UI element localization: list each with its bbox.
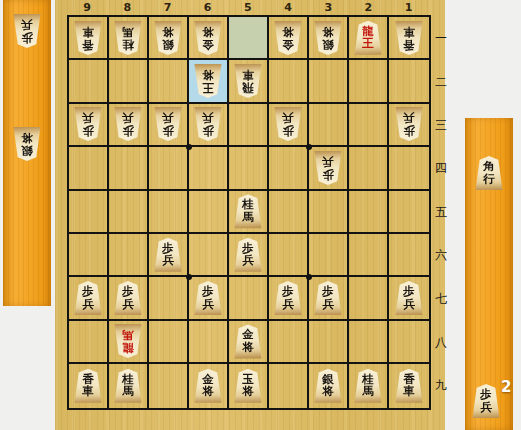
file-label-3: 3	[308, 0, 348, 15]
square-37[interactable]: 歩兵	[309, 277, 349, 320]
file-label-1: 1	[389, 0, 429, 15]
square-76[interactable]: 歩兵	[149, 234, 189, 277]
square-87[interactable]: 歩兵	[109, 277, 149, 320]
rank-label-5: 五	[433, 191, 449, 234]
square-47[interactable]: 歩兵	[269, 277, 309, 320]
square-14[interactable]	[389, 147, 429, 190]
square-69[interactable]: 金将	[189, 364, 229, 407]
shogi-piece: 桂馬	[113, 21, 143, 55]
square-84[interactable]	[109, 147, 149, 190]
square-13[interactable]: 歩兵	[389, 104, 429, 147]
rank-label-9: 九	[433, 364, 449, 407]
shogi-piece: 金将	[233, 324, 263, 358]
square-75[interactable]	[149, 191, 189, 234]
square-68[interactable]	[189, 321, 229, 364]
square-26[interactable]	[349, 234, 389, 277]
square-44[interactable]	[269, 147, 309, 190]
square-51[interactable]	[229, 17, 269, 60]
square-78[interactable]	[149, 321, 189, 364]
square-39[interactable]: 銀将	[309, 364, 349, 407]
square-11[interactable]: 香車	[389, 17, 429, 60]
shogi-piece: 玉将	[233, 369, 263, 403]
rank-label-1: 一	[433, 17, 449, 60]
square-66[interactable]	[189, 234, 229, 277]
square-56[interactable]: 歩兵	[229, 234, 269, 277]
square-83[interactable]: 歩兵	[109, 104, 149, 147]
square-98[interactable]	[69, 321, 109, 364]
shogi-piece: 歩兵	[73, 281, 103, 315]
square-52[interactable]: 飛車	[229, 60, 269, 103]
square-94[interactable]	[69, 147, 109, 190]
square-65[interactable]	[189, 191, 229, 234]
shogi-piece: 金将	[193, 21, 223, 55]
shogi-piece: 歩兵	[153, 107, 183, 141]
square-73[interactable]: 歩兵	[149, 104, 189, 147]
square-33[interactable]	[309, 104, 349, 147]
square-62[interactable]: 王将	[189, 60, 229, 103]
shogi-piece: 香車	[73, 21, 103, 55]
shogi-piece: 銀将	[313, 369, 343, 403]
square-48[interactable]	[269, 321, 309, 364]
square-12[interactable]	[389, 60, 429, 103]
square-82[interactable]	[109, 60, 149, 103]
shogi-piece: 桂馬	[113, 369, 143, 403]
shogi-board: 香車桂馬銀将金将金将銀将龍王香車王将飛車歩兵歩兵歩兵歩兵歩兵歩兵歩兵桂馬歩兵歩兵…	[67, 15, 431, 410]
board-background: 987654321 一二三四五六七八九 香車桂馬銀将金将金将銀将龍王香車王将飛車…	[55, 0, 445, 430]
square-96[interactable]	[69, 234, 109, 277]
sente-hand-bishop[interactable]: 角行	[474, 156, 504, 190]
square-23[interactable]	[349, 104, 389, 147]
square-72[interactable]	[149, 60, 189, 103]
square-79[interactable]	[149, 364, 189, 407]
rank-label-3: 三	[433, 104, 449, 147]
square-89[interactable]: 桂馬	[109, 364, 149, 407]
square-71[interactable]: 銀将	[149, 17, 189, 60]
square-15[interactable]	[389, 191, 429, 234]
square-19[interactable]: 香車	[389, 364, 429, 407]
shogi-piece: 香車	[394, 21, 424, 55]
square-92[interactable]	[69, 60, 109, 103]
sente-hand-pawn-piece: 歩兵	[471, 384, 501, 418]
square-63[interactable]: 歩兵	[189, 104, 229, 147]
shogi-piece: 金将	[193, 369, 223, 403]
square-34[interactable]: 歩兵	[309, 147, 349, 190]
shogi-piece: 歩兵	[273, 107, 303, 141]
shogi-piece: 香車	[73, 369, 103, 403]
square-24[interactable]	[349, 147, 389, 190]
shogi-piece: 飛車	[233, 64, 263, 98]
gote-hand-silver[interactable]: 銀将	[12, 127, 42, 161]
square-29[interactable]: 桂馬	[349, 364, 389, 407]
shogi-app: 歩兵 銀将 987654321 一二三四五六七八九 香車桂馬銀将金将金将銀将龍王…	[0, 0, 521, 430]
square-45[interactable]	[269, 191, 309, 234]
square-27[interactable]	[349, 277, 389, 320]
square-42[interactable]	[269, 60, 309, 103]
file-label-2: 2	[348, 0, 388, 15]
rank-label-7: 七	[433, 277, 449, 320]
file-label-7: 7	[147, 0, 187, 15]
rank-label-4: 四	[433, 147, 449, 190]
rank-label-6: 六	[433, 234, 449, 277]
sente-pawn-count: 2	[501, 378, 511, 396]
shogi-piece: 王将	[193, 64, 223, 98]
shogi-piece: 歩兵	[313, 151, 343, 185]
square-59[interactable]: 玉将	[229, 364, 269, 407]
shogi-piece: 歩兵	[394, 281, 424, 315]
square-81[interactable]: 桂馬	[109, 17, 149, 60]
square-28[interactable]	[349, 321, 389, 364]
shogi-piece: 歩兵	[394, 107, 424, 141]
rank-labels: 一二三四五六七八九	[433, 17, 449, 408]
square-97[interactable]: 歩兵	[69, 277, 109, 320]
file-label-9: 9	[67, 0, 107, 15]
file-label-6: 6	[188, 0, 228, 15]
square-36[interactable]	[309, 234, 349, 277]
square-17[interactable]: 歩兵	[389, 277, 429, 320]
shogi-piece: 歩兵	[313, 281, 343, 315]
rank-label-8: 八	[433, 321, 449, 364]
square-31[interactable]: 銀将	[309, 17, 349, 60]
file-labels: 987654321	[67, 0, 429, 15]
shogi-piece: 桂馬	[233, 194, 263, 228]
gote-hand-pawn[interactable]: 歩兵	[12, 14, 42, 48]
shogi-piece: 歩兵	[193, 107, 223, 141]
shogi-piece: 龍馬	[113, 324, 143, 358]
shogi-piece: 歩兵	[193, 281, 223, 315]
square-57[interactable]	[229, 277, 269, 320]
square-86[interactable]	[109, 234, 149, 277]
square-95[interactable]	[69, 191, 109, 234]
square-58[interactable]: 金将	[229, 321, 269, 364]
square-46[interactable]	[269, 234, 309, 277]
square-54[interactable]	[229, 147, 269, 190]
square-55[interactable]: 桂馬	[229, 191, 269, 234]
square-43[interactable]: 歩兵	[269, 104, 309, 147]
shogi-piece: 銀将	[313, 21, 343, 55]
sente-hand-bishop-piece: 角行	[474, 156, 504, 190]
square-49[interactable]	[269, 364, 309, 407]
square-25[interactable]	[349, 191, 389, 234]
file-label-5: 5	[228, 0, 268, 15]
shogi-piece: 歩兵	[73, 107, 103, 141]
shogi-piece: 香車	[394, 369, 424, 403]
square-41[interactable]: 金将	[269, 17, 309, 60]
square-67[interactable]: 歩兵	[189, 277, 229, 320]
shogi-piece: 桂馬	[353, 369, 383, 403]
square-93[interactable]: 歩兵	[69, 104, 109, 147]
square-38[interactable]	[309, 321, 349, 364]
shogi-piece: 銀将	[153, 21, 183, 55]
square-16[interactable]	[389, 234, 429, 277]
komadai-gote: 歩兵 銀将	[3, 0, 51, 306]
shogi-piece: 金将	[273, 21, 303, 55]
square-91[interactable]: 香車	[69, 17, 109, 60]
square-99[interactable]: 香車	[69, 364, 109, 407]
komadai-sente: 角行 歩兵 2	[465, 118, 513, 430]
shogi-piece: 歩兵	[153, 238, 183, 272]
shogi-piece: 龍王	[353, 21, 383, 55]
square-32[interactable]	[309, 60, 349, 103]
rank-label-2: 二	[433, 60, 449, 103]
square-64[interactable]	[189, 147, 229, 190]
square-77[interactable]	[149, 277, 189, 320]
file-label-8: 8	[107, 0, 147, 15]
square-22[interactable]	[349, 60, 389, 103]
shogi-piece: 歩兵	[233, 238, 263, 272]
shogi-piece: 歩兵	[113, 281, 143, 315]
sente-hand-pawn[interactable]: 歩兵	[471, 384, 501, 418]
square-88[interactable]: 龍馬	[109, 321, 149, 364]
shogi-piece: 歩兵	[113, 107, 143, 141]
gote-hand-pawn-piece: 歩兵	[12, 14, 42, 48]
square-61[interactable]: 金将	[189, 17, 229, 60]
square-53[interactable]	[229, 104, 269, 147]
file-label-4: 4	[268, 0, 308, 15]
square-85[interactable]	[109, 191, 149, 234]
shogi-piece: 歩兵	[273, 281, 303, 315]
square-21[interactable]: 龍王	[349, 17, 389, 60]
square-74[interactable]	[149, 147, 189, 190]
gote-hand-silver-piece: 銀将	[12, 127, 42, 161]
square-18[interactable]	[389, 321, 429, 364]
square-35[interactable]	[309, 191, 349, 234]
